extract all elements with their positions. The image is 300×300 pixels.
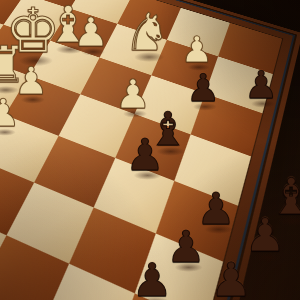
piece-black-bishop-g5[interactable]: ♝ bbox=[269, 173, 300, 222]
piece-shadow bbox=[253, 253, 281, 262]
chess-board bbox=[0, 0, 283, 300]
piece-shadow bbox=[278, 216, 300, 226]
board-frame bbox=[0, 0, 300, 300]
chess-photo-scene: ♚♝♟♜♟♞♟♟♟♟♟♝♟♟♝♟♟♟♟ bbox=[0, 0, 300, 300]
black-bishop-glyph: ♝ bbox=[269, 173, 300, 222]
